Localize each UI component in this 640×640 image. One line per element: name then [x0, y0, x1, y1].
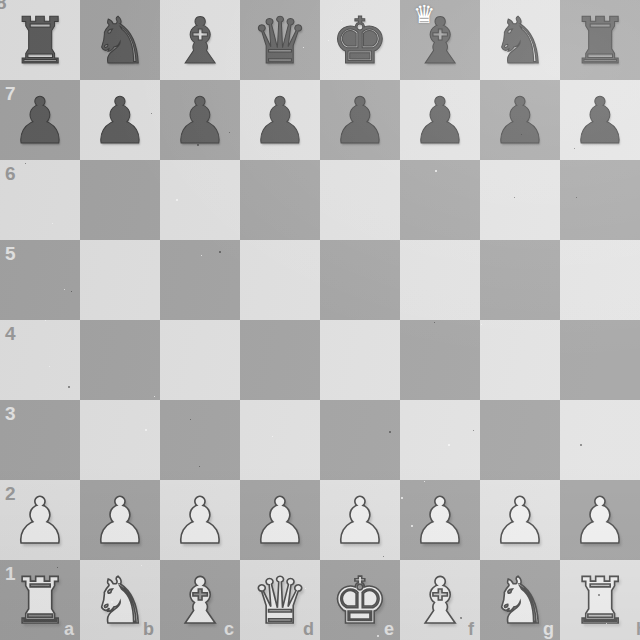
square-d6[interactable] [240, 160, 320, 240]
file-label-d: d [303, 619, 314, 640]
piece-white-rook[interactable]: ♜ [571, 562, 628, 640]
square-g6[interactable] [480, 160, 560, 240]
square-e3[interactable] [320, 400, 400, 480]
chess-board[interactable]: 8♜♞♝♛♚♝♞♜7♟♟♟♟♟♟♟♟65432♟♟♟♟♟♟♟♟1a♜b♞c♝d♛… [0, 0, 640, 640]
square-g8[interactable]: ♞ [480, 0, 560, 80]
square-c8[interactable]: ♝ [160, 0, 240, 80]
square-h5[interactable] [560, 240, 640, 320]
piece-white-pawn[interactable]: ♟ [331, 482, 388, 560]
square-c5[interactable] [160, 240, 240, 320]
square-b5[interactable] [80, 240, 160, 320]
square-d4[interactable] [240, 320, 320, 400]
square-e1[interactable]: e♚ [320, 560, 400, 640]
chess-app-screen: 8♜♞♝♛♚♝♞♜7♟♟♟♟♟♟♟♟65432♟♟♟♟♟♟♟♟1a♜b♞c♝d♛… [0, 0, 640, 640]
piece-white-bishop[interactable]: ♝ [171, 562, 228, 640]
square-g1[interactable]: g♞ [480, 560, 560, 640]
square-b1[interactable]: b♞ [80, 560, 160, 640]
piece-white-queen[interactable]: ♛ [251, 562, 308, 640]
rank-label-4: 4 [5, 323, 16, 345]
piece-black-queen[interactable]: ♛ [251, 2, 308, 80]
square-d5[interactable] [240, 240, 320, 320]
file-label-h: h [636, 619, 640, 640]
square-e6[interactable] [320, 160, 400, 240]
file-label-g: g [543, 619, 554, 640]
piece-black-pawn[interactable]: ♟ [571, 82, 628, 160]
piece-white-bishop[interactable]: ♝ [411, 562, 468, 640]
square-a5[interactable]: 5 [0, 240, 80, 320]
rank-label-3: 3 [5, 403, 16, 425]
piece-white-pawn[interactable]: ♟ [251, 482, 308, 560]
square-f2[interactable]: ♟ [400, 480, 480, 560]
square-h7[interactable]: ♟ [560, 80, 640, 160]
mini-white-queen-icon: ♛ [413, 2, 435, 27]
square-c1[interactable]: c♝ [160, 560, 240, 640]
square-b6[interactable] [80, 160, 160, 240]
piece-white-knight[interactable]: ♞ [491, 562, 548, 640]
square-d7[interactable]: ♟ [240, 80, 320, 160]
square-f5[interactable] [400, 240, 480, 320]
rank-label-6: 6 [5, 163, 16, 185]
piece-black-pawn[interactable]: ♟ [411, 82, 468, 160]
piece-white-pawn[interactable]: ♟ [571, 482, 628, 560]
piece-white-king[interactable]: ♚ [331, 562, 388, 640]
square-c6[interactable] [160, 160, 240, 240]
square-g3[interactable] [480, 400, 560, 480]
square-a4[interactable]: 4 [0, 320, 80, 400]
square-a8[interactable]: 8♜ [0, 0, 80, 80]
rank-label-7: 7 [5, 83, 16, 105]
piece-black-pawn[interactable]: ♟ [171, 82, 228, 160]
square-g4[interactable] [480, 320, 560, 400]
square-b7[interactable]: ♟ [80, 80, 160, 160]
file-label-c: c [224, 619, 234, 640]
square-e5[interactable] [320, 240, 400, 320]
square-a6[interactable]: 6 [0, 160, 80, 240]
square-h6[interactable] [560, 160, 640, 240]
piece-white-pawn[interactable]: ♟ [491, 482, 548, 560]
square-d3[interactable] [240, 400, 320, 480]
piece-black-knight[interactable]: ♞ [491, 2, 548, 80]
piece-black-knight[interactable]: ♞ [91, 2, 148, 80]
square-h1[interactable]: h♜ [560, 560, 640, 640]
piece-white-knight[interactable]: ♞ [91, 562, 148, 640]
square-f8[interactable]: ♝ [400, 0, 480, 80]
square-h2[interactable]: ♟ [560, 480, 640, 560]
square-b2[interactable]: ♟ [80, 480, 160, 560]
file-label-e: e [384, 619, 394, 640]
square-e7[interactable]: ♟ [320, 80, 400, 160]
square-g5[interactable] [480, 240, 560, 320]
piece-black-pawn[interactable]: ♟ [491, 82, 548, 160]
square-e4[interactable] [320, 320, 400, 400]
square-b4[interactable] [80, 320, 160, 400]
square-g7[interactable]: ♟ [480, 80, 560, 160]
square-f1[interactable]: f♝ [400, 560, 480, 640]
rank-label-1: 1 [5, 563, 16, 585]
piece-white-pawn[interactable]: ♟ [171, 482, 228, 560]
square-e2[interactable]: ♟ [320, 480, 400, 560]
file-label-f: f [468, 619, 474, 640]
square-a2[interactable]: 2♟ [0, 480, 80, 560]
rank-label-2: 2 [5, 483, 16, 505]
square-e8[interactable]: ♚ [320, 0, 400, 80]
square-c7[interactable]: ♟ [160, 80, 240, 160]
square-f3[interactable] [400, 400, 480, 480]
piece-black-rook[interactable]: ♜ [11, 2, 68, 80]
square-a7[interactable]: 7♟ [0, 80, 80, 160]
piece-white-rook[interactable]: ♜ [11, 562, 68, 640]
piece-black-king[interactable]: ♚ [331, 2, 388, 80]
piece-black-pawn[interactable]: ♟ [11, 82, 68, 160]
piece-black-bishop[interactable]: ♝ [171, 2, 228, 80]
square-h4[interactable] [560, 320, 640, 400]
square-d2[interactable]: ♟ [240, 480, 320, 560]
square-b8[interactable]: ♞ [80, 0, 160, 80]
square-c3[interactable] [160, 400, 240, 480]
rank-label-8: 8 [0, 0, 7, 14]
piece-black-pawn[interactable]: ♟ [331, 82, 388, 160]
square-d8[interactable]: ♛ [240, 0, 320, 80]
piece-white-pawn[interactable]: ♟ [11, 482, 68, 560]
piece-black-pawn[interactable]: ♟ [251, 82, 308, 160]
square-a1[interactable]: 1a♜ [0, 560, 80, 640]
file-label-a: a [64, 619, 74, 640]
piece-black-pawn[interactable]: ♟ [91, 82, 148, 160]
piece-white-pawn[interactable]: ♟ [91, 482, 148, 560]
piece-black-rook[interactable]: ♜ [571, 2, 628, 80]
square-b3[interactable] [80, 400, 160, 480]
square-c2[interactable]: ♟ [160, 480, 240, 560]
rank-label-5: 5 [5, 243, 16, 265]
square-d1[interactable]: d♛ [240, 560, 320, 640]
square-h8[interactable]: ♜ [560, 0, 640, 80]
square-c4[interactable] [160, 320, 240, 400]
square-f6[interactable] [400, 160, 480, 240]
square-h3[interactable] [560, 400, 640, 480]
file-label-b: b [143, 619, 154, 640]
square-f7[interactable]: ♟ [400, 80, 480, 160]
square-g2[interactable]: ♟ [480, 480, 560, 560]
piece-white-pawn[interactable]: ♟ [411, 482, 468, 560]
square-f4[interactable] [400, 320, 480, 400]
square-a3[interactable]: 3 [0, 400, 80, 480]
